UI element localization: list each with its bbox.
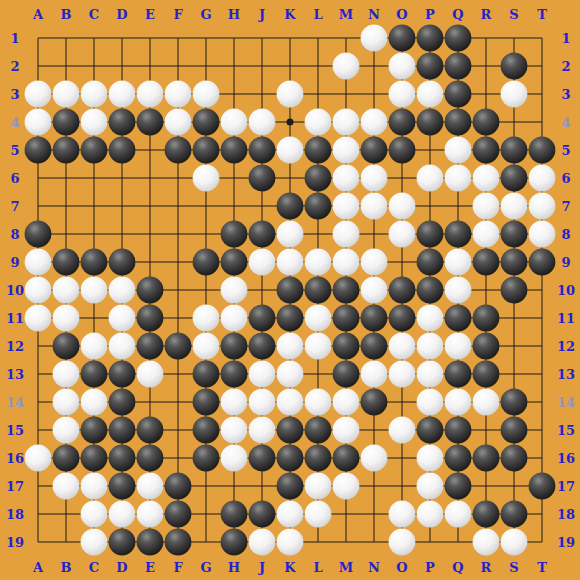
stone-white bbox=[333, 193, 360, 220]
row-label: 11 bbox=[557, 311, 575, 326]
stone-white bbox=[53, 277, 80, 304]
stone-black bbox=[53, 445, 80, 472]
stone-white bbox=[417, 81, 444, 108]
stone-black bbox=[137, 445, 164, 472]
stone-white bbox=[305, 305, 332, 332]
stone-white bbox=[417, 473, 444, 500]
stone-white bbox=[277, 221, 304, 248]
stone-black bbox=[501, 137, 528, 164]
stone-white bbox=[277, 137, 304, 164]
stone-white bbox=[25, 277, 52, 304]
stone-white bbox=[193, 305, 220, 332]
stone-black bbox=[165, 333, 192, 360]
stone-black bbox=[305, 193, 332, 220]
stone-white bbox=[81, 389, 108, 416]
stone-black bbox=[109, 473, 136, 500]
stone-black bbox=[277, 473, 304, 500]
stone-black bbox=[305, 445, 332, 472]
stone-white bbox=[25, 249, 52, 276]
row-label: 19 bbox=[557, 535, 575, 550]
row-label: 5 bbox=[10, 143, 19, 158]
column-label: G bbox=[200, 7, 211, 22]
column-label: B bbox=[61, 7, 72, 22]
stone-white bbox=[305, 473, 332, 500]
stone-black bbox=[277, 277, 304, 304]
column-label: N bbox=[368, 560, 380, 575]
stone-white bbox=[305, 501, 332, 528]
stone-white bbox=[417, 445, 444, 472]
stone-black bbox=[473, 137, 500, 164]
stone-white bbox=[389, 333, 416, 360]
column-label: H bbox=[228, 7, 240, 22]
stone-white bbox=[221, 445, 248, 472]
row-label: 11 bbox=[6, 311, 24, 326]
stone-white bbox=[249, 389, 276, 416]
stone-white bbox=[109, 333, 136, 360]
column-label: T bbox=[537, 560, 547, 575]
stone-black bbox=[417, 277, 444, 304]
column-label: R bbox=[481, 560, 492, 575]
stone-white bbox=[193, 333, 220, 360]
stone-white bbox=[81, 529, 108, 556]
row-label: 18 bbox=[6, 507, 24, 522]
column-label: Q bbox=[452, 7, 463, 22]
column-label: D bbox=[116, 560, 127, 575]
stone-black bbox=[221, 529, 248, 556]
stone-black bbox=[445, 473, 472, 500]
stone-white bbox=[361, 25, 388, 52]
stone-white bbox=[333, 109, 360, 136]
row-label: 7 bbox=[10, 199, 19, 214]
star-point bbox=[287, 119, 294, 126]
stone-white bbox=[445, 333, 472, 360]
stone-white bbox=[81, 277, 108, 304]
stone-white bbox=[445, 389, 472, 416]
stone-white bbox=[361, 193, 388, 220]
column-label: P bbox=[425, 560, 435, 575]
column-label: C bbox=[89, 560, 99, 575]
stone-white bbox=[81, 333, 108, 360]
stone-white bbox=[109, 501, 136, 528]
stone-white bbox=[445, 165, 472, 192]
stone-black bbox=[389, 305, 416, 332]
stone-black bbox=[473, 445, 500, 472]
stone-black bbox=[445, 361, 472, 388]
stone-black bbox=[361, 389, 388, 416]
stone-black bbox=[221, 361, 248, 388]
stone-white bbox=[361, 249, 388, 276]
stone-white bbox=[445, 277, 472, 304]
stone-black bbox=[137, 305, 164, 332]
stone-white bbox=[445, 249, 472, 276]
stone-black bbox=[305, 417, 332, 444]
stone-black bbox=[81, 445, 108, 472]
column-label: B bbox=[61, 560, 72, 575]
column-label: M bbox=[339, 560, 353, 575]
row-label: 16 bbox=[6, 451, 24, 466]
stone-black bbox=[361, 137, 388, 164]
stone-white bbox=[417, 333, 444, 360]
stone-black bbox=[165, 473, 192, 500]
stone-black bbox=[501, 249, 528, 276]
column-label: E bbox=[145, 560, 155, 575]
stone-black bbox=[389, 137, 416, 164]
stone-black bbox=[193, 361, 220, 388]
stone-black bbox=[389, 109, 416, 136]
stone-white bbox=[473, 221, 500, 248]
column-label: N bbox=[368, 7, 380, 22]
stone-black bbox=[109, 109, 136, 136]
stone-black bbox=[165, 501, 192, 528]
stone-white bbox=[81, 473, 108, 500]
stone-black bbox=[277, 445, 304, 472]
stone-black bbox=[193, 417, 220, 444]
stone-white bbox=[529, 193, 556, 220]
stone-white bbox=[53, 81, 80, 108]
column-label: J bbox=[258, 7, 265, 22]
row-label: 1 bbox=[10, 31, 19, 46]
stone-black bbox=[417, 53, 444, 80]
stone-white bbox=[137, 81, 164, 108]
row-label: 4 bbox=[561, 115, 570, 130]
row-label: 14 bbox=[557, 395, 575, 410]
row-label: 15 bbox=[6, 423, 24, 438]
stone-black bbox=[221, 501, 248, 528]
column-label: R bbox=[481, 7, 492, 22]
stone-white bbox=[389, 53, 416, 80]
stone-black bbox=[417, 221, 444, 248]
row-label: 10 bbox=[557, 283, 575, 298]
row-label: 8 bbox=[10, 227, 19, 242]
row-label: 12 bbox=[557, 339, 575, 354]
stone-white bbox=[249, 361, 276, 388]
stone-black bbox=[193, 445, 220, 472]
stone-black bbox=[53, 333, 80, 360]
stone-white bbox=[501, 529, 528, 556]
stone-black bbox=[361, 305, 388, 332]
stone-white bbox=[361, 445, 388, 472]
stone-black bbox=[445, 109, 472, 136]
column-label: P bbox=[425, 7, 435, 22]
stone-white bbox=[165, 81, 192, 108]
stone-black bbox=[249, 221, 276, 248]
stone-white bbox=[473, 193, 500, 220]
stone-white bbox=[361, 165, 388, 192]
stone-black bbox=[137, 333, 164, 360]
stone-white bbox=[389, 501, 416, 528]
stone-black bbox=[305, 137, 332, 164]
stone-black bbox=[333, 361, 360, 388]
stone-black bbox=[305, 165, 332, 192]
row-label: 7 bbox=[561, 199, 570, 214]
column-label: L bbox=[313, 7, 322, 22]
stone-black bbox=[137, 417, 164, 444]
stone-white bbox=[361, 277, 388, 304]
stone-white bbox=[221, 305, 248, 332]
row-label: 4 bbox=[10, 115, 19, 130]
stone-white bbox=[305, 333, 332, 360]
stone-black bbox=[445, 221, 472, 248]
stone-black bbox=[53, 137, 80, 164]
row-label: 9 bbox=[561, 255, 570, 270]
stone-black bbox=[25, 137, 52, 164]
stone-white bbox=[25, 445, 52, 472]
stone-black bbox=[53, 109, 80, 136]
stone-black bbox=[473, 249, 500, 276]
column-label: F bbox=[173, 7, 183, 22]
stone-white bbox=[501, 81, 528, 108]
column-label: O bbox=[396, 7, 407, 22]
stone-white bbox=[417, 361, 444, 388]
stone-white bbox=[277, 361, 304, 388]
stone-white bbox=[529, 221, 556, 248]
stone-white bbox=[305, 389, 332, 416]
stone-white bbox=[473, 529, 500, 556]
stone-white bbox=[53, 305, 80, 332]
stone-black bbox=[277, 417, 304, 444]
stone-white bbox=[137, 473, 164, 500]
stone-white bbox=[305, 249, 332, 276]
stone-white bbox=[277, 389, 304, 416]
stone-white bbox=[165, 109, 192, 136]
stone-black bbox=[165, 529, 192, 556]
stone-white bbox=[109, 277, 136, 304]
stone-black bbox=[221, 137, 248, 164]
stone-black bbox=[137, 277, 164, 304]
stone-black bbox=[501, 165, 528, 192]
row-label: 14 bbox=[6, 395, 24, 410]
stone-white bbox=[137, 501, 164, 528]
column-label: C bbox=[89, 7, 99, 22]
stone-white bbox=[109, 81, 136, 108]
stone-white bbox=[333, 53, 360, 80]
stone-black bbox=[165, 137, 192, 164]
row-label: 17 bbox=[6, 479, 24, 494]
stone-white bbox=[277, 81, 304, 108]
stone-black bbox=[445, 445, 472, 472]
stone-black bbox=[277, 305, 304, 332]
stone-black bbox=[445, 53, 472, 80]
stone-white bbox=[277, 249, 304, 276]
go-board[interactable]: AA11BB22CC33DD44EE55FF66GG77HH88JJ99KK10… bbox=[0, 0, 580, 580]
stone-black bbox=[109, 389, 136, 416]
stone-black bbox=[473, 361, 500, 388]
stone-white bbox=[333, 389, 360, 416]
stone-white bbox=[445, 137, 472, 164]
stone-white bbox=[389, 193, 416, 220]
column-label: S bbox=[509, 7, 518, 22]
stone-black bbox=[417, 109, 444, 136]
stone-white bbox=[249, 249, 276, 276]
stone-black bbox=[473, 333, 500, 360]
stone-black bbox=[529, 249, 556, 276]
column-label: A bbox=[32, 7, 44, 22]
stone-white bbox=[389, 529, 416, 556]
row-label: 3 bbox=[10, 87, 19, 102]
stone-black bbox=[473, 501, 500, 528]
column-label: S bbox=[509, 560, 518, 575]
stone-white bbox=[305, 109, 332, 136]
stone-black bbox=[193, 109, 220, 136]
stone-black bbox=[81, 361, 108, 388]
row-label: 5 bbox=[561, 143, 570, 158]
stone-white bbox=[333, 137, 360, 164]
stone-black bbox=[193, 389, 220, 416]
stone-white bbox=[333, 165, 360, 192]
stone-black bbox=[501, 501, 528, 528]
stone-white bbox=[333, 473, 360, 500]
stone-black bbox=[277, 193, 304, 220]
stone-white bbox=[221, 277, 248, 304]
stone-white bbox=[473, 389, 500, 416]
stone-black bbox=[109, 137, 136, 164]
stone-white bbox=[81, 81, 108, 108]
stone-black bbox=[109, 445, 136, 472]
stone-white bbox=[193, 165, 220, 192]
row-label: 19 bbox=[6, 535, 24, 550]
stone-black bbox=[389, 25, 416, 52]
stone-white bbox=[25, 81, 52, 108]
stone-black bbox=[193, 137, 220, 164]
stone-white bbox=[249, 109, 276, 136]
stone-white bbox=[277, 501, 304, 528]
column-label: Q bbox=[452, 560, 463, 575]
row-label: 17 bbox=[557, 479, 575, 494]
row-label: 6 bbox=[561, 171, 570, 186]
column-label: K bbox=[284, 7, 296, 22]
row-label: 2 bbox=[10, 59, 19, 74]
stone-black bbox=[333, 277, 360, 304]
stone-black bbox=[417, 417, 444, 444]
column-label: M bbox=[339, 7, 353, 22]
stone-black bbox=[501, 277, 528, 304]
stone-white bbox=[53, 417, 80, 444]
stone-black bbox=[221, 221, 248, 248]
stone-black bbox=[109, 529, 136, 556]
column-label: H bbox=[228, 560, 240, 575]
stone-black bbox=[109, 417, 136, 444]
stone-black bbox=[389, 277, 416, 304]
stone-black bbox=[249, 137, 276, 164]
stone-black bbox=[249, 165, 276, 192]
stone-black bbox=[221, 249, 248, 276]
stone-black bbox=[137, 109, 164, 136]
column-label: O bbox=[396, 560, 407, 575]
stone-white bbox=[417, 501, 444, 528]
stone-white bbox=[361, 361, 388, 388]
row-label: 9 bbox=[10, 255, 19, 270]
stone-black bbox=[193, 249, 220, 276]
stone-white bbox=[417, 165, 444, 192]
stone-white bbox=[277, 333, 304, 360]
stone-black bbox=[249, 501, 276, 528]
column-label: F bbox=[173, 560, 183, 575]
column-label: G bbox=[200, 560, 211, 575]
stone-white bbox=[389, 81, 416, 108]
stone-black bbox=[501, 53, 528, 80]
column-label: J bbox=[258, 560, 265, 575]
stone-white bbox=[221, 109, 248, 136]
stone-white bbox=[417, 389, 444, 416]
stone-black bbox=[137, 529, 164, 556]
stone-black bbox=[445, 417, 472, 444]
stone-white bbox=[109, 305, 136, 332]
stone-black bbox=[81, 137, 108, 164]
stone-black bbox=[249, 333, 276, 360]
row-label: 6 bbox=[10, 171, 19, 186]
row-label: 1 bbox=[561, 31, 570, 46]
stone-white bbox=[389, 417, 416, 444]
stone-white bbox=[445, 501, 472, 528]
stone-white bbox=[137, 361, 164, 388]
stone-black bbox=[445, 305, 472, 332]
stone-white bbox=[473, 165, 500, 192]
stone-white bbox=[81, 109, 108, 136]
stone-black bbox=[529, 473, 556, 500]
stone-black bbox=[109, 249, 136, 276]
stone-white bbox=[333, 417, 360, 444]
stone-white bbox=[81, 501, 108, 528]
stone-white bbox=[25, 109, 52, 136]
stone-black bbox=[529, 137, 556, 164]
stone-black bbox=[473, 109, 500, 136]
board-svg[interactable]: AA11BB22CC33DD44EE55FF66GG77HH88JJ99KK10… bbox=[0, 0, 580, 580]
row-label: 15 bbox=[557, 423, 575, 438]
row-label: 3 bbox=[561, 87, 570, 102]
stone-black bbox=[417, 25, 444, 52]
stone-black bbox=[501, 221, 528, 248]
row-label: 12 bbox=[6, 339, 24, 354]
stone-black bbox=[501, 445, 528, 472]
stone-black bbox=[501, 417, 528, 444]
stone-white bbox=[193, 81, 220, 108]
stone-black bbox=[333, 445, 360, 472]
stone-white bbox=[333, 249, 360, 276]
stone-black bbox=[501, 389, 528, 416]
column-label: K bbox=[284, 560, 296, 575]
stone-black bbox=[81, 249, 108, 276]
row-label: 13 bbox=[557, 367, 575, 382]
stone-white bbox=[53, 389, 80, 416]
column-label: L bbox=[313, 560, 322, 575]
stone-black bbox=[53, 249, 80, 276]
stone-white bbox=[221, 417, 248, 444]
stone-white bbox=[277, 529, 304, 556]
stone-white bbox=[529, 165, 556, 192]
stone-white bbox=[221, 389, 248, 416]
stone-black bbox=[333, 305, 360, 332]
stone-black bbox=[445, 25, 472, 52]
stone-black bbox=[361, 333, 388, 360]
row-label: 13 bbox=[6, 367, 24, 382]
stone-white bbox=[333, 221, 360, 248]
column-label: T bbox=[537, 7, 547, 22]
column-label: A bbox=[32, 560, 44, 575]
stone-black bbox=[445, 81, 472, 108]
stone-black bbox=[249, 305, 276, 332]
stone-white bbox=[53, 473, 80, 500]
row-label: 2 bbox=[561, 59, 570, 74]
stone-black bbox=[25, 221, 52, 248]
stone-white bbox=[417, 305, 444, 332]
stone-black bbox=[249, 445, 276, 472]
stone-white bbox=[249, 529, 276, 556]
stone-black bbox=[305, 277, 332, 304]
row-label: 8 bbox=[561, 227, 570, 242]
stone-white bbox=[501, 193, 528, 220]
stone-black bbox=[221, 333, 248, 360]
column-label: E bbox=[145, 7, 155, 22]
